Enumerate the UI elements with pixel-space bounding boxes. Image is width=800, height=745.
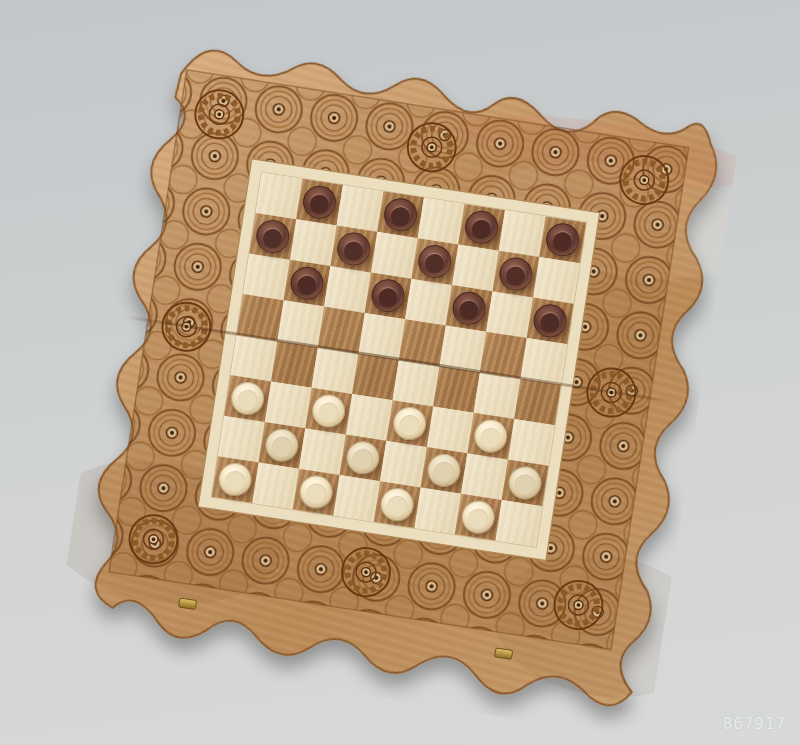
square-d8: ● <box>377 191 424 238</box>
photo-background: ●●●●●●●●●●●●●●●●●●●●●●●● 867917 <box>0 0 800 745</box>
piece-light: ● <box>229 380 267 418</box>
square-c4 <box>312 347 359 394</box>
piece-light: ● <box>310 392 348 430</box>
square-a1: ● <box>212 456 259 503</box>
piece-light: ● <box>216 461 254 499</box>
piece-light: ● <box>378 486 416 524</box>
piece-dark: ● <box>301 183 339 221</box>
square-f7 <box>452 244 499 291</box>
square-d2: ● <box>340 434 387 481</box>
square-f8: ● <box>458 204 505 251</box>
square-f4 <box>433 366 480 413</box>
piece-dark: ● <box>463 208 501 246</box>
piece-dark: ● <box>450 289 488 327</box>
piece-dark: ● <box>531 302 569 340</box>
square-a2 <box>218 416 265 463</box>
square-c1: ● <box>293 469 340 516</box>
piece-light: ● <box>391 405 429 443</box>
piece-dark: ● <box>416 243 454 281</box>
square-h2: ● <box>502 460 549 507</box>
square-d3 <box>346 394 393 441</box>
piece-dark: ● <box>369 277 407 315</box>
square-a3: ● <box>224 375 271 422</box>
square-f2: ● <box>421 447 468 494</box>
square-c7: ● <box>330 226 377 273</box>
square-d7 <box>371 232 418 279</box>
square-c3: ● <box>305 388 352 435</box>
square-g7: ● <box>492 251 539 298</box>
piece-light: ● <box>472 417 510 455</box>
piece-dark: ● <box>382 196 420 234</box>
square-e3: ● <box>386 400 433 447</box>
piece-dark: ● <box>497 255 535 293</box>
square-h4 <box>514 378 561 425</box>
watermark: 867917 <box>723 715 786 733</box>
square-c8 <box>337 185 384 232</box>
square-a6 <box>243 254 290 301</box>
square-f1 <box>414 488 461 535</box>
brass-hinge <box>495 648 513 659</box>
square-a8 <box>256 173 303 220</box>
square-f6: ● <box>446 285 493 332</box>
square-b2: ● <box>259 422 306 469</box>
square-g8 <box>499 210 546 257</box>
piece-dark: ● <box>335 230 373 268</box>
square-h1 <box>495 500 542 547</box>
piece-light: ● <box>344 439 382 477</box>
square-e6 <box>405 279 452 326</box>
square-d1 <box>333 475 380 522</box>
square-e2 <box>380 441 427 488</box>
square-e4 <box>393 360 440 407</box>
piece-light: ● <box>459 498 497 536</box>
square-e1: ● <box>374 481 421 528</box>
square-c6 <box>324 266 371 313</box>
square-h8: ● <box>539 216 586 263</box>
square-g2 <box>461 453 508 500</box>
square-h3 <box>508 419 555 466</box>
piece-light: ● <box>263 426 301 464</box>
square-f3 <box>427 406 474 453</box>
square-h7 <box>533 257 580 304</box>
square-e7: ● <box>411 238 458 285</box>
square-g4 <box>474 372 521 419</box>
piece-light: ● <box>506 464 544 502</box>
square-b7 <box>290 219 337 266</box>
piece-dark: ● <box>254 218 292 256</box>
square-a7: ● <box>249 213 296 260</box>
square-g3: ● <box>467 413 514 460</box>
piece-dark: ● <box>288 264 326 302</box>
square-c2 <box>299 428 346 475</box>
square-d4 <box>352 353 399 400</box>
square-h6: ● <box>527 297 574 344</box>
piece-dark: ● <box>544 221 582 259</box>
square-b6: ● <box>284 260 331 307</box>
square-e8 <box>418 198 465 245</box>
square-a4 <box>231 335 278 382</box>
square-b1 <box>252 462 299 509</box>
square-b3 <box>265 381 312 428</box>
piece-light: ● <box>425 452 463 490</box>
piece-light: ● <box>297 473 335 511</box>
square-g6 <box>486 291 533 338</box>
carved-checkers-board: ●●●●●●●●●●●●●●●●●●●●●●●● <box>54 5 746 739</box>
brass-hinge <box>178 598 196 609</box>
square-b8: ● <box>296 179 343 226</box>
square-b4 <box>271 341 318 388</box>
square-d6: ● <box>365 272 412 319</box>
square-g1: ● <box>455 494 502 541</box>
